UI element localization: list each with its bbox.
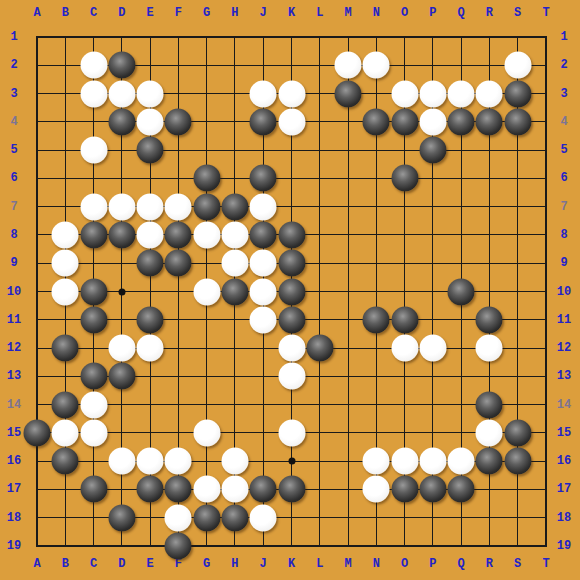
- white-stone: [165, 504, 192, 531]
- black-stone: [137, 137, 164, 164]
- column-label-top: F: [175, 7, 182, 19]
- black-stone: [476, 391, 503, 418]
- white-stone: [193, 221, 220, 248]
- white-stone: [363, 52, 390, 79]
- black-stone: [278, 278, 305, 305]
- column-label-bottom: F: [175, 558, 182, 570]
- column-label-top: G: [203, 7, 210, 19]
- black-stone: [52, 335, 79, 362]
- white-stone: [278, 363, 305, 390]
- row-label-right: 7: [560, 201, 567, 213]
- black-stone: [504, 80, 531, 107]
- column-label-bottom: T: [542, 558, 549, 570]
- row-label-right: 16: [557, 455, 571, 467]
- black-stone: [193, 193, 220, 220]
- grid-line-vertical: [348, 36, 349, 547]
- white-stone: [419, 108, 446, 135]
- column-label-top: P: [429, 7, 436, 19]
- column-label-top: Q: [458, 7, 465, 19]
- white-stone: [193, 278, 220, 305]
- row-label-right: 12: [557, 342, 571, 354]
- star-point: [118, 288, 125, 295]
- white-stone: [137, 80, 164, 107]
- row-label-right: 19: [557, 540, 571, 552]
- black-stone: [278, 221, 305, 248]
- black-stone: [504, 448, 531, 475]
- row-label-left: 18: [7, 512, 21, 524]
- white-stone: [52, 221, 79, 248]
- white-stone: [221, 221, 248, 248]
- white-stone: [108, 448, 135, 475]
- row-label-left: 12: [7, 342, 21, 354]
- row-label-left: 13: [7, 370, 21, 382]
- white-stone: [250, 250, 277, 277]
- row-label-right: 10: [557, 286, 571, 298]
- black-stone: [391, 306, 418, 333]
- white-stone: [193, 419, 220, 446]
- column-label-top: H: [231, 7, 238, 19]
- white-stone: [250, 80, 277, 107]
- white-stone: [137, 193, 164, 220]
- white-stone: [52, 419, 79, 446]
- white-stone: [419, 80, 446, 107]
- white-stone: [80, 391, 107, 418]
- white-stone: [476, 419, 503, 446]
- black-stone: [250, 108, 277, 135]
- black-stone: [391, 476, 418, 503]
- row-label-right: 15: [557, 427, 571, 439]
- white-stone: [391, 80, 418, 107]
- white-stone: [250, 193, 277, 220]
- column-label-bottom: J: [260, 558, 267, 570]
- white-stone: [363, 476, 390, 503]
- black-stone: [419, 137, 446, 164]
- white-stone: [137, 448, 164, 475]
- black-stone: [476, 108, 503, 135]
- black-stone: [52, 391, 79, 418]
- black-stone: [108, 108, 135, 135]
- column-label-top: N: [373, 7, 380, 19]
- row-label-right: 8: [560, 229, 567, 241]
- row-label-left: 2: [10, 59, 17, 71]
- black-stone: [278, 250, 305, 277]
- white-stone: [108, 193, 135, 220]
- row-label-left: 19: [7, 540, 21, 552]
- white-stone: [335, 52, 362, 79]
- column-label-top: R: [486, 7, 493, 19]
- column-label-top: S: [514, 7, 521, 19]
- black-stone: [165, 221, 192, 248]
- white-stone: [221, 250, 248, 277]
- white-stone: [108, 80, 135, 107]
- row-label-right: 18: [557, 512, 571, 524]
- column-label-bottom: B: [62, 558, 69, 570]
- white-stone: [250, 504, 277, 531]
- white-stone: [278, 419, 305, 446]
- black-stone: [250, 221, 277, 248]
- black-stone: [476, 306, 503, 333]
- white-stone: [80, 80, 107, 107]
- white-stone: [137, 221, 164, 248]
- black-stone: [419, 476, 446, 503]
- row-label-right: 6: [560, 172, 567, 184]
- row-label-left: 4: [10, 116, 17, 128]
- row-label-left: 15: [7, 427, 21, 439]
- row-label-right: 4: [560, 116, 567, 128]
- black-stone: [221, 193, 248, 220]
- grid-line-horizontal: [36, 404, 547, 405]
- column-label-top: D: [118, 7, 125, 19]
- black-stone: [108, 52, 135, 79]
- column-label-bottom: A: [33, 558, 40, 570]
- row-label-right: 3: [560, 88, 567, 100]
- black-stone: [391, 165, 418, 192]
- black-stone: [80, 306, 107, 333]
- black-stone: [476, 448, 503, 475]
- row-label-left: 6: [10, 172, 17, 184]
- column-label-bottom: N: [373, 558, 380, 570]
- white-stone: [250, 278, 277, 305]
- white-stone: [137, 335, 164, 362]
- black-stone: [391, 108, 418, 135]
- black-stone: [165, 108, 192, 135]
- column-label-top: J: [260, 7, 267, 19]
- black-stone: [363, 108, 390, 135]
- white-stone: [391, 335, 418, 362]
- black-stone: [250, 476, 277, 503]
- black-stone: [80, 278, 107, 305]
- column-label-top: C: [90, 7, 97, 19]
- white-stone: [363, 448, 390, 475]
- black-stone: [250, 165, 277, 192]
- column-label-top: M: [344, 7, 351, 19]
- grid-line-vertical: [319, 36, 320, 547]
- column-label-top: T: [542, 7, 549, 19]
- white-stone: [476, 335, 503, 362]
- star-point: [288, 458, 295, 465]
- grid-line-vertical: [545, 36, 547, 547]
- row-label-left: 8: [10, 229, 17, 241]
- row-label-left: 5: [10, 144, 17, 156]
- column-label-top: L: [316, 7, 323, 19]
- white-stone: [165, 448, 192, 475]
- row-label-left: 16: [7, 455, 21, 467]
- column-label-bottom: D: [118, 558, 125, 570]
- white-stone: [52, 250, 79, 277]
- row-label-right: 9: [560, 257, 567, 269]
- column-label-top: E: [147, 7, 154, 19]
- column-label-bottom: C: [90, 558, 97, 570]
- column-label-top: K: [288, 7, 295, 19]
- white-stone: [278, 80, 305, 107]
- black-stone: [165, 476, 192, 503]
- black-stone: [448, 476, 475, 503]
- white-stone: [391, 448, 418, 475]
- black-stone: [193, 165, 220, 192]
- white-stone: [419, 335, 446, 362]
- row-label-right: 1: [560, 31, 567, 43]
- black-stone: [221, 504, 248, 531]
- white-stone: [108, 335, 135, 362]
- black-stone: [52, 448, 79, 475]
- black-stone: [108, 504, 135, 531]
- white-stone: [193, 476, 220, 503]
- black-stone: [80, 363, 107, 390]
- white-stone: [448, 448, 475, 475]
- white-stone: [80, 419, 107, 446]
- column-label-top: A: [33, 7, 40, 19]
- column-label-bottom: Q: [458, 558, 465, 570]
- black-stone: [165, 250, 192, 277]
- column-label-bottom: M: [344, 558, 351, 570]
- white-stone: [80, 193, 107, 220]
- white-stone: [448, 80, 475, 107]
- white-stone: [278, 335, 305, 362]
- white-stone: [221, 448, 248, 475]
- row-label-right: 13: [557, 370, 571, 382]
- black-stone: [504, 419, 531, 446]
- row-label-left: 17: [7, 483, 21, 495]
- row-label-left: 9: [10, 257, 17, 269]
- black-stone: [80, 476, 107, 503]
- black-stone: [24, 419, 51, 446]
- grid-line-horizontal: [36, 545, 547, 547]
- white-stone: [250, 306, 277, 333]
- column-label-bottom: S: [514, 558, 521, 570]
- column-label-top: O: [401, 7, 408, 19]
- black-stone: [137, 250, 164, 277]
- row-label-right: 2: [560, 59, 567, 71]
- white-stone: [137, 108, 164, 135]
- black-stone: [193, 504, 220, 531]
- row-label-left: 1: [10, 31, 17, 43]
- row-label-right: 14: [557, 399, 571, 411]
- row-label-left: 7: [10, 201, 17, 213]
- black-stone: [137, 476, 164, 503]
- black-stone: [363, 306, 390, 333]
- black-stone: [448, 278, 475, 305]
- column-label-bottom: G: [203, 558, 210, 570]
- column-label-bottom: L: [316, 558, 323, 570]
- row-label-left: 11: [7, 314, 21, 326]
- column-label-bottom: K: [288, 558, 295, 570]
- column-label-bottom: P: [429, 558, 436, 570]
- white-stone: [221, 476, 248, 503]
- black-stone: [165, 533, 192, 560]
- black-stone: [504, 108, 531, 135]
- black-stone: [278, 476, 305, 503]
- row-label-right: 5: [560, 144, 567, 156]
- white-stone: [278, 108, 305, 135]
- row-label-left: 14: [7, 399, 21, 411]
- column-label-bottom: R: [486, 558, 493, 570]
- black-stone: [278, 306, 305, 333]
- row-label-right: 11: [557, 314, 571, 326]
- white-stone: [476, 80, 503, 107]
- white-stone: [80, 137, 107, 164]
- go-board-screen: AABBCCDDEEFFGGHHJJKKLLMMNNOOPPQQRRSSTT11…: [0, 0, 580, 580]
- white-stone: [80, 52, 107, 79]
- black-stone: [306, 335, 333, 362]
- black-stone: [108, 363, 135, 390]
- black-stone: [137, 306, 164, 333]
- white-stone: [165, 193, 192, 220]
- white-stone: [419, 448, 446, 475]
- column-label-bottom: O: [401, 558, 408, 570]
- column-label-top: B: [62, 7, 69, 19]
- black-stone: [448, 108, 475, 135]
- black-stone: [80, 221, 107, 248]
- black-stone: [108, 221, 135, 248]
- row-label-left: 3: [10, 88, 17, 100]
- column-label-bottom: E: [147, 558, 154, 570]
- black-stone: [335, 80, 362, 107]
- row-label-right: 17: [557, 483, 571, 495]
- white-stone: [52, 278, 79, 305]
- column-label-bottom: H: [231, 558, 238, 570]
- row-label-left: 10: [7, 286, 21, 298]
- white-stone: [504, 52, 531, 79]
- black-stone: [221, 278, 248, 305]
